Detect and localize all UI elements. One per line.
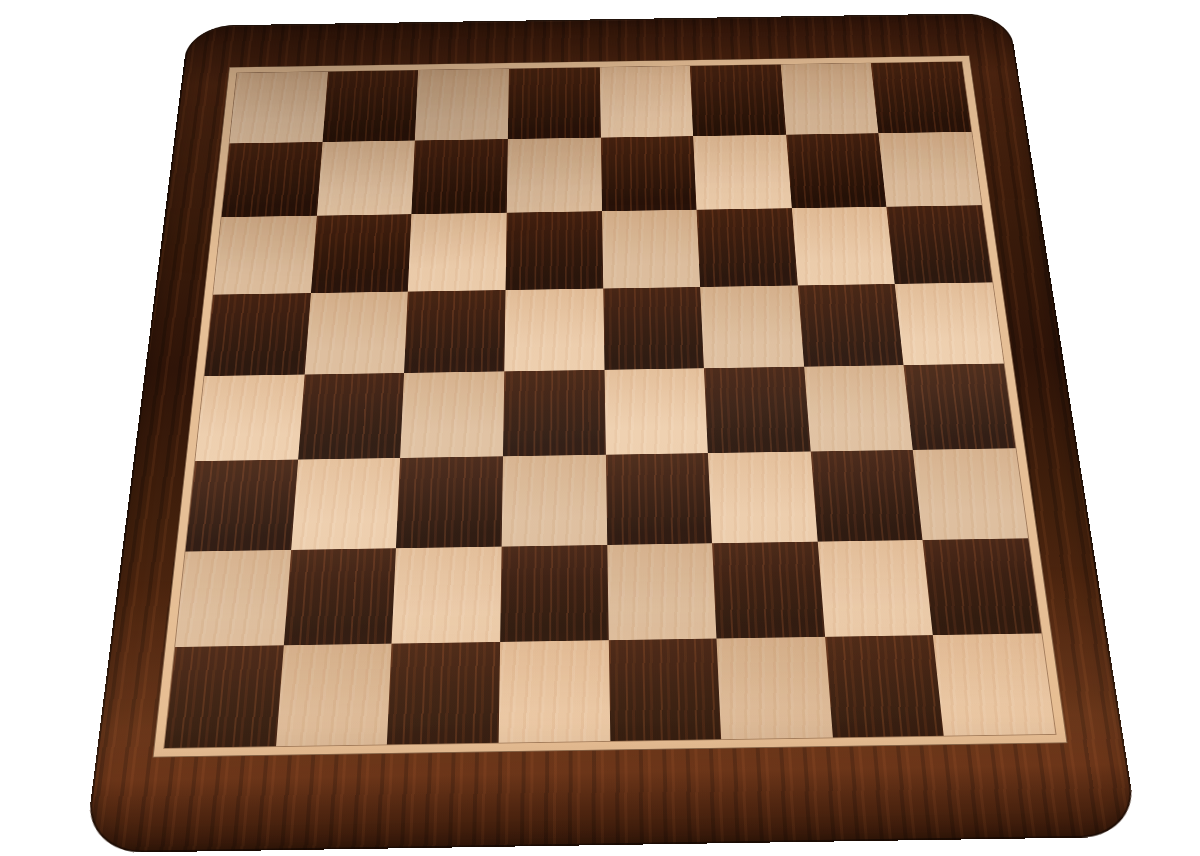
square-f7[interactable]	[693, 135, 791, 210]
square-d1[interactable]	[498, 640, 609, 742]
square-a1[interactable]	[164, 645, 283, 748]
square-e1[interactable]	[608, 639, 721, 741]
square-g4[interactable]	[804, 365, 913, 452]
square-b7[interactable]	[317, 140, 415, 215]
square-c5[interactable]	[404, 290, 505, 373]
square-a8[interactable]	[230, 72, 328, 144]
square-b2[interactable]	[283, 548, 396, 645]
square-g8[interactable]	[781, 63, 879, 134]
square-h8[interactable]	[871, 62, 971, 133]
square-h5[interactable]	[895, 282, 1004, 365]
square-f5[interactable]	[700, 285, 804, 368]
square-e5[interactable]	[603, 287, 704, 370]
square-b3[interactable]	[291, 458, 401, 550]
square-g3[interactable]	[811, 450, 923, 542]
maple-inlay-border	[153, 55, 1068, 757]
square-d7[interactable]	[507, 138, 602, 213]
square-a4[interactable]	[195, 374, 304, 461]
square-d5[interactable]	[504, 288, 604, 371]
chess-board	[84, 13, 1139, 853]
square-d2[interactable]	[500, 545, 608, 642]
square-e3[interactable]	[605, 453, 712, 545]
square-f1[interactable]	[717, 637, 833, 739]
square-h1[interactable]	[933, 634, 1055, 736]
square-h2[interactable]	[923, 539, 1042, 636]
square-a2[interactable]	[175, 550, 291, 647]
square-c3[interactable]	[396, 457, 503, 549]
board-grid	[164, 62, 1055, 748]
square-c2[interactable]	[392, 547, 502, 644]
square-h3[interactable]	[913, 449, 1028, 541]
square-e6[interactable]	[602, 210, 701, 289]
square-e2[interactable]	[607, 543, 717, 640]
square-g6[interactable]	[792, 207, 895, 286]
board-frame	[84, 13, 1139, 853]
square-g5[interactable]	[798, 284, 904, 367]
square-e8[interactable]	[599, 66, 693, 138]
square-c6[interactable]	[408, 213, 507, 292]
square-h7[interactable]	[879, 132, 982, 207]
square-b4[interactable]	[298, 373, 405, 460]
square-f4[interactable]	[704, 366, 811, 453]
square-h4[interactable]	[904, 363, 1016, 450]
square-b1[interactable]	[276, 644, 392, 747]
square-b5[interactable]	[304, 291, 408, 374]
square-e4[interactable]	[604, 368, 708, 455]
square-b8[interactable]	[322, 70, 418, 142]
square-g2[interactable]	[818, 540, 934, 637]
square-a6[interactable]	[213, 216, 316, 295]
square-f3[interactable]	[708, 452, 818, 544]
square-d8[interactable]	[508, 67, 601, 139]
square-d3[interactable]	[501, 455, 606, 547]
square-b6[interactable]	[311, 214, 412, 293]
square-a7[interactable]	[222, 142, 323, 217]
square-f2[interactable]	[712, 542, 825, 639]
square-a3[interactable]	[185, 460, 297, 552]
square-c8[interactable]	[415, 69, 509, 141]
square-e7[interactable]	[600, 136, 696, 211]
photo-scene	[0, 0, 1200, 856]
square-a5[interactable]	[204, 293, 310, 376]
square-f8[interactable]	[690, 65, 786, 136]
square-d6[interactable]	[505, 211, 602, 290]
square-c4[interactable]	[400, 371, 504, 458]
square-c7[interactable]	[412, 139, 508, 214]
square-g7[interactable]	[786, 133, 887, 208]
square-h6[interactable]	[887, 205, 993, 284]
square-d4[interactable]	[503, 369, 606, 456]
square-g1[interactable]	[825, 635, 944, 737]
square-f6[interactable]	[697, 208, 798, 287]
square-c1[interactable]	[387, 642, 500, 744]
